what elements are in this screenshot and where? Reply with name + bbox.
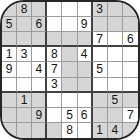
cell-r8c1[interactable]	[2, 108, 17, 123]
cell-r6c8[interactable]	[108, 78, 123, 93]
cell-r9c2[interactable]	[17, 123, 32, 138]
cell-r6c5[interactable]	[62, 78, 77, 93]
cell-r8c3[interactable]: 9	[32, 108, 47, 123]
cell-r4c6[interactable]: 4	[78, 47, 93, 62]
cell-r2c1[interactable]: 5	[2, 17, 17, 32]
cell-r6c6[interactable]	[78, 78, 93, 93]
cell-r8c8[interactable]	[108, 108, 123, 123]
cell-r4c7[interactable]	[93, 47, 108, 62]
cell-r9c8[interactable]: 4	[108, 123, 123, 138]
cell-r1c5[interactable]	[62, 2, 77, 17]
cell-r9c9[interactable]	[123, 123, 138, 138]
cell-r1c3[interactable]	[32, 2, 47, 17]
sudoku-board: 8356976138494753159567814	[2, 2, 138, 138]
cell-r6c7[interactable]	[93, 78, 108, 93]
sudoku-app-icon[interactable]: 8356976138494753159567814	[0, 0, 140, 140]
cell-r4c4[interactable]: 8	[47, 47, 62, 62]
cell-r8c9[interactable]: 7	[123, 108, 138, 123]
cell-r3c8[interactable]	[108, 32, 123, 47]
cell-r4c8[interactable]	[108, 47, 123, 62]
cell-r2c6[interactable]: 9	[78, 17, 93, 32]
cell-r4c3[interactable]	[32, 47, 47, 62]
cell-r2c7[interactable]	[93, 17, 108, 32]
cell-r1c6[interactable]	[78, 2, 93, 17]
cell-r9c4[interactable]	[47, 123, 62, 138]
cell-r6c2[interactable]	[17, 78, 32, 93]
cell-r5c1[interactable]: 9	[2, 62, 17, 77]
cell-r2c5[interactable]	[62, 17, 77, 32]
cell-r6c4[interactable]: 3	[47, 78, 62, 93]
cell-r3c4[interactable]	[47, 32, 62, 47]
cell-r2c3[interactable]: 6	[32, 17, 47, 32]
cell-r2c9[interactable]	[123, 17, 138, 32]
cell-r7c2[interactable]: 1	[17, 93, 32, 108]
cell-r5c8[interactable]	[108, 62, 123, 77]
cell-r9c1[interactable]	[2, 123, 17, 138]
cell-r1c4[interactable]	[47, 2, 62, 17]
cell-r3c6[interactable]	[78, 32, 93, 47]
cell-r6c3[interactable]	[32, 78, 47, 93]
cell-r6c9[interactable]	[123, 78, 138, 93]
cell-r2c8[interactable]	[108, 17, 123, 32]
cell-r1c2[interactable]: 8	[17, 2, 32, 17]
cell-r9c6[interactable]	[78, 123, 93, 138]
screenshot-background: 8356976138494753159567814	[0, 0, 140, 140]
cell-r6c1[interactable]	[2, 78, 17, 93]
cell-r7c9[interactable]	[123, 93, 138, 108]
cell-r7c5[interactable]	[62, 93, 77, 108]
cell-r3c2[interactable]	[17, 32, 32, 47]
cell-r5c2[interactable]	[17, 62, 32, 77]
cell-r8c6[interactable]: 6	[78, 108, 93, 123]
cell-r5c6[interactable]	[78, 62, 93, 77]
cell-r2c4[interactable]	[47, 17, 62, 32]
cell-r4c2[interactable]: 3	[17, 47, 32, 62]
cell-r7c6[interactable]	[78, 93, 93, 108]
cell-r3c7[interactable]: 7	[93, 32, 108, 47]
cell-r3c9[interactable]: 6	[123, 32, 138, 47]
cell-r4c9[interactable]	[123, 47, 138, 62]
cell-r8c5[interactable]: 5	[62, 108, 77, 123]
cell-r8c4[interactable]	[47, 108, 62, 123]
cell-r5c5[interactable]	[62, 62, 77, 77]
cell-r3c1[interactable]	[2, 32, 17, 47]
cell-r4c5[interactable]	[62, 47, 77, 62]
cell-r4c1[interactable]: 1	[2, 47, 17, 62]
cell-r8c2[interactable]	[17, 108, 32, 123]
cell-r1c7[interactable]: 3	[93, 2, 108, 17]
cell-r7c4[interactable]	[47, 93, 62, 108]
cell-r5c9[interactable]	[123, 62, 138, 77]
cell-r1c8[interactable]	[108, 2, 123, 17]
cell-r9c5[interactable]: 8	[62, 123, 77, 138]
cell-r1c1[interactable]	[2, 2, 17, 17]
cell-r1c9[interactable]	[123, 2, 138, 17]
cell-r9c3[interactable]	[32, 123, 47, 138]
cell-r3c5[interactable]	[62, 32, 77, 47]
cell-r5c4[interactable]: 7	[47, 62, 62, 77]
cell-r5c3[interactable]: 4	[32, 62, 47, 77]
cell-r3c3[interactable]	[32, 32, 47, 47]
cell-r9c7[interactable]: 1	[93, 123, 108, 138]
cell-r7c7[interactable]	[93, 93, 108, 108]
cell-r7c8[interactable]: 5	[108, 93, 123, 108]
cell-r7c1[interactable]	[2, 93, 17, 108]
cell-r2c2[interactable]	[17, 17, 32, 32]
cell-r5c7[interactable]: 5	[93, 62, 108, 77]
cell-r7c3[interactable]	[32, 93, 47, 108]
cell-r8c7[interactable]	[93, 108, 108, 123]
